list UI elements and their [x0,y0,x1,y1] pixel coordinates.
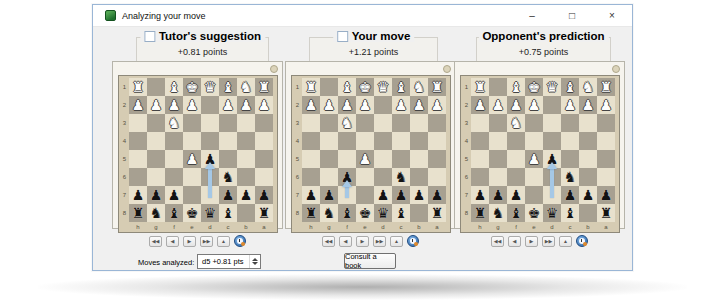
square-c8[interactable]: ♝ [561,204,579,222]
square-b2[interactable]: ♟ [579,96,597,114]
square-f1[interactable]: ♝ [165,78,183,96]
square-h3[interactable] [302,114,320,132]
square-e8[interactable]: ♚ [525,204,543,222]
opponent-board-panel: 12345678♜♝♚♛♝♞♜♟♟♟♟♟♟♟♞♟♟♞♟♟♟♟♟♟♜♞♝♚♛♝♜h… [454,61,625,229]
square-a5[interactable] [428,150,446,168]
white-queen: ♛ [543,78,561,96]
white-pawn: ♟ [147,96,165,114]
flip-board-button[interactable]: ▲ [390,236,403,247]
go-first-button[interactable]: ◀◀ [149,236,162,247]
square-f2[interactable]: ♟ [338,96,356,114]
file-label-f: f [338,222,356,231]
white-rook: ♜ [428,78,446,96]
square-b5[interactable] [237,150,255,168]
step-forward-button[interactable]: ▶ [356,236,369,247]
square-h5[interactable] [302,150,320,168]
square-e2[interactable]: ♟ [525,96,543,114]
square-f1[interactable]: ♝ [338,78,356,96]
minimize-button[interactable]: – [512,5,552,26]
opponent-prediction-score: +0.75 points [477,47,610,57]
square-b4[interactable] [237,132,255,150]
square-b1[interactable]: ♞ [410,78,428,96]
square-a2[interactable]: ♟ [597,96,615,114]
square-g2[interactable]: ♟ [147,96,165,114]
white-pawn: ♟ [302,96,320,114]
square-d3[interactable] [543,114,561,132]
file-label-g: g [320,222,338,231]
square-g1[interactable] [320,78,338,96]
square-d3[interactable] [201,114,219,132]
square-c1[interactable]: ♝ [219,78,237,96]
white-rook: ♜ [129,78,147,96]
flip-board-button[interactable]: ▲ [217,236,230,247]
square-e5[interactable]: ♟ [183,150,201,168]
black-bishop: ♝ [219,204,237,222]
black-pawn: ♟ [392,186,410,204]
square-e6[interactable] [356,168,374,186]
white-pawn: ♟ [410,96,428,114]
square-a5[interactable] [255,150,273,168]
rank-label-2: 2 [120,96,129,114]
rank-label-1: 1 [293,78,302,96]
square-h6[interactable] [129,168,147,186]
square-a7[interactable]: ♟ [428,186,446,204]
square-g7[interactable]: ♟ [320,186,338,204]
square-d1[interactable]: ♛ [543,78,561,96]
opponent-prediction-title: Opponent's prediction [482,30,604,42]
file-label-d: d [201,222,219,231]
black-pawn: ♟ [237,186,255,204]
square-a1[interactable]: ♜ [255,78,273,96]
file-label-e: e [183,222,201,231]
square-h2[interactable]: ♟ [302,96,320,114]
square-g5[interactable] [147,150,165,168]
square-c6[interactable]: ♞ [561,168,579,186]
square-a6[interactable] [255,168,273,186]
square-h2[interactable]: ♟ [129,96,147,114]
file-label-d: d [374,222,392,231]
square-b1[interactable]: ♞ [579,78,597,96]
square-f1[interactable]: ♝ [507,78,525,96]
square-f4[interactable] [507,132,525,150]
opponent-board-frame: 12345678♜♝♚♛♝♞♜♟♟♟♟♟♟♟♞♟♟♞♟♟♟♟♟♟♜♞♝♚♛♝♜h… [460,75,620,233]
file-labels: hgfedcba [302,222,446,231]
square-c7[interactable]: ♟ [392,186,410,204]
square-h7[interactable]: ♟ [129,186,147,204]
black-bishop: ♝ [561,204,579,222]
square-g1[interactable] [147,78,165,96]
square-b7[interactable]: ♟ [237,186,255,204]
square-c2[interactable]: ♟ [392,96,410,114]
chess-board: ♜♝♚♛♝♞♜♟♟♟♟♟♟♟♞♟♟♞♟♟♟♟♟♟♜♞♝♚♛♝♜ [129,78,273,222]
black-pawn: ♟ [561,186,579,204]
square-e5[interactable]: ♟ [356,150,374,168]
clock-button-icon[interactable] [407,235,419,247]
rank-label-7: 7 [120,186,129,204]
square-e1[interactable]: ♚ [356,78,374,96]
square-e2[interactable]: ♟ [356,96,374,114]
square-c8[interactable]: ♝ [392,204,410,222]
square-a8[interactable]: ♜ [255,204,273,222]
square-f2[interactable]: ♟ [507,96,525,114]
square-c5[interactable] [219,150,237,168]
square-e1[interactable]: ♚ [183,78,201,96]
rank-label-6: 6 [120,168,129,186]
square-e4[interactable] [525,132,543,150]
square-h7[interactable]: ♟ [302,186,320,204]
go-last-button[interactable]: ▶▶ [373,236,386,247]
black-pawn: ♟ [410,186,428,204]
close-button[interactable]: × [592,5,632,26]
square-f6[interactable] [165,168,183,186]
file-label-h: h [129,222,147,231]
square-a3[interactable] [255,114,273,132]
square-h8[interactable]: ♜ [471,204,489,222]
square-e3[interactable] [525,114,543,132]
rank-label-2: 2 [462,96,471,114]
opponent-prediction-legend: Opponent's prediction [478,30,608,42]
square-h5[interactable] [129,150,147,168]
square-c8[interactable]: ♝ [219,204,237,222]
square-h1[interactable]: ♜ [471,78,489,96]
square-g8[interactable]: ♞ [320,204,338,222]
square-g2[interactable]: ♟ [320,96,338,114]
black-pawn: ♟ [129,186,147,204]
black-pawn: ♟ [320,186,338,204]
white-rook: ♜ [302,78,320,96]
chess-board: ♜♝♚♛♝♞♜♟♟♟♟♟♟♟♞♟♟♞♟♟♟♟♟♟♜♞♝♚♛♝♜ [302,78,446,222]
rank-label-4: 4 [462,132,471,150]
square-h7[interactable]: ♟ [471,186,489,204]
step-back-button[interactable]: ◀ [339,236,352,247]
rank-label-1: 1 [462,78,471,96]
square-a6[interactable] [597,168,615,186]
square-f8[interactable]: ♝ [338,204,356,222]
title-bar: Analyzing your move – □ × [93,5,632,27]
square-b5[interactable] [579,150,597,168]
square-f7[interactable]: ♟ [165,186,183,204]
square-e8[interactable]: ♚ [356,204,374,222]
white-pawn: ♟ [237,96,255,114]
file-label-e: e [525,222,543,231]
go-first-button[interactable]: ◀◀ [491,236,504,247]
go-first-button[interactable]: ◀◀ [322,236,335,247]
black-pawn: ♟ [302,186,320,204]
square-f2[interactable]: ♟ [165,96,183,114]
square-f3[interactable]: ♞ [507,114,525,132]
white-knight: ♞ [507,114,525,132]
rank-label-3: 3 [120,114,129,132]
square-f5[interactable] [165,150,183,168]
square-c5[interactable] [561,150,579,168]
square-a8[interactable]: ♜ [597,204,615,222]
square-e7[interactable] [356,186,374,204]
square-c7[interactable]: ♟ [219,186,237,204]
square-f4[interactable] [165,132,183,150]
square-e3[interactable] [183,114,201,132]
square-e4[interactable] [183,132,201,150]
square-f5[interactable] [507,150,525,168]
square-h3[interactable] [129,114,147,132]
square-g5[interactable] [489,150,507,168]
white-pawn: ♟ [507,96,525,114]
square-d2[interactable] [543,96,561,114]
square-b1[interactable]: ♞ [237,78,255,96]
tutor-board-panel: 12345678♜♝♚♛♝♞♜♟♟♟♟♟♟♟♞♟♟♞♟♟♟♟♟♟♜♞♝♚♛♝♜h… [112,61,283,229]
square-b8[interactable] [410,204,428,222]
square-c3[interactable] [392,114,410,132]
square-d1[interactable]: ♛ [374,78,392,96]
step-forward-button[interactable]: ▶ [525,236,538,247]
square-a6[interactable] [428,168,446,186]
square-e7[interactable] [183,186,201,204]
white-pawn: ♟ [597,96,615,114]
square-h8[interactable]: ♜ [129,204,147,222]
square-e1[interactable]: ♚ [525,78,543,96]
square-e7[interactable] [525,186,543,204]
square-b2[interactable]: ♟ [237,96,255,114]
square-g6[interactable] [147,168,165,186]
square-a1[interactable]: ♜ [428,78,446,96]
step-back-button[interactable]: ◀ [166,236,179,247]
square-f7[interactable]: ♟ [507,186,525,204]
white-pawn: ♟ [255,96,273,114]
square-d2[interactable] [374,96,392,114]
square-c6[interactable]: ♞ [219,168,237,186]
square-f4[interactable] [338,132,356,150]
square-g6[interactable] [489,168,507,186]
square-f5[interactable] [338,150,356,168]
go-last-button[interactable]: ▶▶ [542,236,555,247]
square-h4[interactable] [129,132,147,150]
white-rook: ♜ [471,78,489,96]
black-pawn: ♟ [489,186,507,204]
black-king: ♚ [525,204,543,222]
square-h2[interactable]: ♟ [471,96,489,114]
square-e8[interactable]: ♚ [183,204,201,222]
square-c4[interactable] [219,132,237,150]
square-d8[interactable]: ♛ [201,204,219,222]
square-b8[interactable] [579,204,597,222]
square-c6[interactable]: ♞ [392,168,410,186]
flip-board-button[interactable]: ▲ [559,236,572,247]
square-b3[interactable] [410,114,428,132]
square-c2[interactable]: ♟ [561,96,579,114]
square-e4[interactable] [356,132,374,150]
your-move-legend: Your move [333,30,415,42]
square-c7[interactable]: ♟ [561,186,579,204]
black-pawn: ♟ [374,186,392,204]
square-d4[interactable] [374,132,392,150]
square-a7[interactable]: ♟ [597,186,615,204]
square-d1[interactable]: ♛ [201,78,219,96]
square-e6[interactable] [525,168,543,186]
square-b6[interactable] [237,168,255,186]
square-g6[interactable] [320,168,338,186]
square-b8[interactable] [237,204,255,222]
tutor-board-frame: 12345678♜♝♚♛♝♞♜♟♟♟♟♟♟♟♞♟♟♞♟♟♟♟♟♟♜♞♝♚♛♝♜h… [118,75,278,233]
square-h3[interactable] [471,114,489,132]
black-knight: ♞ [489,204,507,222]
move-arrow-head [205,162,215,169]
square-d2[interactable] [201,96,219,114]
square-b4[interactable] [579,132,597,150]
dropdown-spinner-icon[interactable] [249,255,260,268]
square-e5[interactable]: ♟ [525,150,543,168]
square-c1[interactable]: ♝ [561,78,579,96]
square-h8[interactable]: ♜ [302,204,320,222]
square-h1[interactable]: ♜ [129,78,147,96]
file-label-a: a [597,222,615,231]
square-g8[interactable]: ♞ [489,204,507,222]
tutor-suggestion-checkbox[interactable] [144,31,155,42]
moves-analyzed-value: d5 +0.81 pts [198,257,249,266]
your-move-board-panel: 12345678♜♝♚♛♝♞♜♟♟♟♟♟♟♟♞♟♟♞♟♟♟♟♟♟♜♞♝♚♛♝♜h… [285,61,456,229]
square-g7[interactable]: ♟ [489,186,507,204]
square-g1[interactable] [489,78,507,96]
clock-button-icon[interactable] [576,235,588,247]
square-b6[interactable] [579,168,597,186]
white-pawn: ♟ [428,96,446,114]
square-b3[interactable] [579,114,597,132]
maximize-button[interactable]: □ [552,5,592,26]
square-e2[interactable]: ♟ [183,96,201,114]
square-a7[interactable]: ♟ [255,186,273,204]
go-last-button[interactable]: ▶▶ [200,236,213,247]
square-a2[interactable]: ♟ [255,96,273,114]
square-a3[interactable] [428,114,446,132]
square-a5[interactable] [597,150,615,168]
square-g4[interactable] [147,132,165,150]
move-arrow-shaft [550,168,554,198]
file-label-g: g [489,222,507,231]
black-pawn: ♟ [428,186,446,204]
square-g3[interactable] [147,114,165,132]
square-d5[interactable] [374,150,392,168]
square-b2[interactable]: ♟ [410,96,428,114]
square-h4[interactable] [302,132,320,150]
white-pawn: ♟ [356,96,374,114]
square-a3[interactable] [597,114,615,132]
rank-label-1: 1 [120,78,129,96]
square-a1[interactable]: ♜ [597,78,615,96]
square-f6[interactable] [507,168,525,186]
your-move-checkbox[interactable] [337,31,348,42]
square-c4[interactable] [392,132,410,150]
square-b6[interactable] [410,168,428,186]
square-a8[interactable]: ♜ [428,204,446,222]
square-h1[interactable]: ♜ [302,78,320,96]
square-g8[interactable]: ♞ [147,204,165,222]
your-move-title: Your move [352,30,411,42]
consult-book-button[interactable]: Consult a book [344,253,396,269]
square-g7[interactable]: ♟ [147,186,165,204]
square-h4[interactable] [471,132,489,150]
square-e3[interactable] [356,114,374,132]
black-queen: ♛ [543,204,561,222]
square-c2[interactable]: ♟ [219,96,237,114]
square-d6[interactable] [374,168,392,186]
square-b7[interactable]: ♟ [410,186,428,204]
square-d8[interactable]: ♛ [543,204,561,222]
square-e6[interactable] [183,168,201,186]
square-d7[interactable]: ♟ [374,186,392,204]
black-rook: ♜ [597,204,615,222]
square-a4[interactable] [597,132,615,150]
window-controls: – □ × [512,5,632,26]
rank-label-8: 8 [462,204,471,222]
moves-analyzed-dropdown[interactable]: d5 +0.81 pts [197,254,261,269]
white-pawn: ♟ [561,96,579,114]
white-pawn: ♟ [183,150,201,168]
rank-label-7: 7 [293,186,302,204]
file-label-b: b [237,222,255,231]
square-c3[interactable] [561,114,579,132]
white-bishop: ♝ [338,78,356,96]
square-g5[interactable] [320,150,338,168]
square-a4[interactable] [255,132,273,150]
square-g4[interactable] [489,132,507,150]
drop-shadow [38,274,687,300]
square-b5[interactable] [410,150,428,168]
file-label-c: c [561,222,579,231]
square-b7[interactable]: ♟ [579,186,597,204]
square-d8[interactable]: ♛ [374,204,392,222]
square-d3[interactable] [374,114,392,132]
square-d4[interactable] [201,132,219,150]
square-f8[interactable]: ♝ [165,204,183,222]
step-back-button[interactable]: ◀ [508,236,521,247]
rank-labels: 12345678 [293,78,302,222]
black-rook: ♜ [471,204,489,222]
square-g4[interactable] [320,132,338,150]
square-d4[interactable] [543,132,561,150]
clock-button-icon[interactable] [234,235,246,247]
move-arrow-shaft [345,186,349,198]
square-f3[interactable]: ♞ [165,114,183,132]
black-bishop: ♝ [338,204,356,222]
square-c3[interactable] [219,114,237,132]
file-label-b: b [410,222,428,231]
square-g3[interactable] [320,114,338,132]
black-queen: ♛ [201,204,219,222]
square-h6[interactable] [471,168,489,186]
square-c5[interactable] [392,150,410,168]
square-f3[interactable]: ♞ [338,114,356,132]
white-pawn: ♟ [129,96,147,114]
black-king: ♚ [183,204,201,222]
square-h5[interactable] [471,150,489,168]
clock-hand-icon [581,239,582,242]
square-a2[interactable]: ♟ [428,96,446,114]
square-a4[interactable] [428,132,446,150]
white-rook: ♜ [255,78,273,96]
black-pawn: ♟ [579,186,597,204]
rank-label-3: 3 [462,114,471,132]
your-move-nav-controls: ◀◀◀▶▶▶▲ [285,235,456,247]
tutor-suggestion-title: Tutor's suggestion [159,30,261,42]
square-b4[interactable] [410,132,428,150]
square-c1[interactable]: ♝ [392,78,410,96]
square-b3[interactable] [237,114,255,132]
square-g3[interactable] [489,114,507,132]
square-f8[interactable]: ♝ [507,204,525,222]
step-forward-button[interactable]: ▶ [183,236,196,247]
square-c4[interactable] [561,132,579,150]
square-h6[interactable] [302,168,320,186]
square-g2[interactable]: ♟ [489,96,507,114]
rank-labels: 12345678 [462,78,471,222]
